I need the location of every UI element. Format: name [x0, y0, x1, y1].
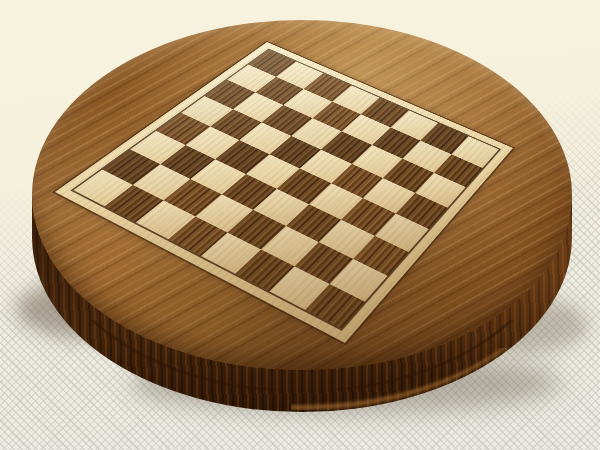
scene: [0, 0, 600, 450]
